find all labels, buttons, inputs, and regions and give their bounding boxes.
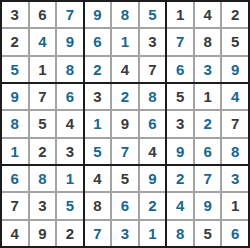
sudoku-cell-r5c2[interactable]: 5 (30, 111, 56, 136)
sudoku-cell-r4c3[interactable]: 6 (57, 84, 83, 109)
sudoku-cell-r7c8[interactable]: 7 (195, 166, 221, 191)
sudoku-cell-r6c6[interactable]: 4 (140, 139, 166, 164)
sudoku-cell-r9c9[interactable]: 6 (222, 221, 248, 246)
sudoku-cell-r9c1[interactable]: 4 (2, 221, 28, 246)
sudoku-cell-r1c1[interactable]: 3 (2, 2, 28, 27)
sudoku-cell-r7c3[interactable]: 1 (57, 166, 83, 191)
sudoku-cell-r3c3[interactable]: 8 (57, 57, 83, 82)
sudoku-box: 328196574 (85, 84, 166, 164)
sudoku-cell-r2c8[interactable]: 8 (195, 29, 221, 54)
sudoku-cell-r1c9[interactable]: 2 (222, 2, 248, 27)
sudoku-cell-r4c8[interactable]: 1 (195, 84, 221, 109)
sudoku-cell-r7c1[interactable]: 6 (2, 166, 28, 191)
sudoku-cell-r8c3[interactable]: 5 (57, 193, 83, 218)
sudoku-cell-r3c7[interactable]: 6 (167, 57, 193, 82)
sudoku-cell-r6c5[interactable]: 7 (112, 139, 138, 164)
sudoku-cell-r9c8[interactable]: 5 (195, 221, 221, 246)
sudoku-cell-r5c3[interactable]: 4 (57, 111, 83, 136)
sudoku-cell-r8c1[interactable]: 7 (2, 193, 28, 218)
sudoku-cell-r6c4[interactable]: 5 (85, 139, 111, 164)
sudoku-cell-r5c6[interactable]: 6 (140, 111, 166, 136)
sudoku-box: 273491856 (167, 166, 248, 246)
sudoku-box: 459862731 (85, 166, 166, 246)
sudoku-cell-r1c7[interactable]: 1 (167, 2, 193, 27)
sudoku-cell-r5c8[interactable]: 2 (195, 111, 221, 136)
sudoku-cell-r2c1[interactable]: 2 (2, 29, 28, 54)
sudoku-cell-r9c6[interactable]: 1 (140, 221, 166, 246)
sudoku-cell-r8c7[interactable]: 4 (167, 193, 193, 218)
sudoku-cell-r6c2[interactable]: 2 (30, 139, 56, 164)
sudoku-cell-r9c5[interactable]: 3 (112, 221, 138, 246)
sudoku-cell-r8c9[interactable]: 1 (222, 193, 248, 218)
sudoku-cell-r1c5[interactable]: 8 (112, 2, 138, 27)
sudoku-box: 976854123 (2, 84, 83, 164)
sudoku-cell-r7c5[interactable]: 5 (112, 166, 138, 191)
sudoku-cell-r2c5[interactable]: 1 (112, 29, 138, 54)
sudoku-cell-r3c8[interactable]: 3 (195, 57, 221, 82)
sudoku-cell-r8c8[interactable]: 9 (195, 193, 221, 218)
sudoku-cell-r3c5[interactable]: 4 (112, 57, 138, 82)
sudoku-cell-r7c2[interactable]: 8 (30, 166, 56, 191)
sudoku-cell-r5c5[interactable]: 9 (112, 111, 138, 136)
sudoku-cell-r6c7[interactable]: 9 (167, 139, 193, 164)
sudoku-cell-r5c9[interactable]: 7 (222, 111, 248, 136)
sudoku-cell-r8c2[interactable]: 3 (30, 193, 56, 218)
sudoku-cell-r2c3[interactable]: 9 (57, 29, 83, 54)
sudoku-cell-r2c7[interactable]: 7 (167, 29, 193, 54)
sudoku-cell-r1c4[interactable]: 9 (85, 2, 111, 27)
sudoku-cell-r3c4[interactable]: 2 (85, 57, 111, 82)
sudoku-cell-r9c2[interactable]: 9 (30, 221, 56, 246)
sudoku-box: 681735492 (2, 166, 83, 246)
sudoku-cell-r6c8[interactable]: 6 (195, 139, 221, 164)
sudoku-cell-r2c6[interactable]: 3 (140, 29, 166, 54)
sudoku-cell-r3c1[interactable]: 5 (2, 57, 28, 82)
sudoku-cell-r8c4[interactable]: 8 (85, 193, 111, 218)
sudoku-cell-r4c5[interactable]: 2 (112, 84, 138, 109)
sudoku-cell-r4c7[interactable]: 5 (167, 84, 193, 109)
sudoku-box: 985613247 (85, 2, 166, 82)
sudoku-cell-r2c9[interactable]: 5 (222, 29, 248, 54)
sudoku-cell-r7c4[interactable]: 4 (85, 166, 111, 191)
sudoku-box: 367249518 (2, 2, 83, 82)
sudoku-cell-r6c3[interactable]: 3 (57, 139, 83, 164)
sudoku-cell-r2c2[interactable]: 4 (30, 29, 56, 54)
sudoku-cell-r1c8[interactable]: 4 (195, 2, 221, 27)
sudoku-cell-r7c7[interactable]: 2 (167, 166, 193, 191)
sudoku-cell-r5c1[interactable]: 8 (2, 111, 28, 136)
sudoku-cell-r3c9[interactable]: 9 (222, 57, 248, 82)
sudoku-cell-r3c6[interactable]: 7 (140, 57, 166, 82)
sudoku-cell-r5c7[interactable]: 3 (167, 111, 193, 136)
sudoku-cell-r6c9[interactable]: 8 (222, 139, 248, 164)
sudoku-cell-r3c2[interactable]: 1 (30, 57, 56, 82)
sudoku-cell-r1c2[interactable]: 6 (30, 2, 56, 27)
sudoku-cell-r7c9[interactable]: 3 (222, 166, 248, 191)
sudoku-cell-r8c6[interactable]: 2 (140, 193, 166, 218)
sudoku-cell-r4c1[interactable]: 9 (2, 84, 28, 109)
sudoku-cell-r1c3[interactable]: 7 (57, 2, 83, 27)
sudoku-cell-r2c4[interactable]: 6 (85, 29, 111, 54)
sudoku-cell-r5c4[interactable]: 1 (85, 111, 111, 136)
sudoku-cell-r6c1[interactable]: 1 (2, 139, 28, 164)
sudoku-board: 3672495189856132471427856399768541233281… (0, 0, 250, 248)
sudoku-cell-r4c2[interactable]: 7 (30, 84, 56, 109)
sudoku-cell-r8c5[interactable]: 6 (112, 193, 138, 218)
sudoku-cell-r1c6[interactable]: 5 (140, 2, 166, 27)
sudoku-cell-r9c4[interactable]: 7 (85, 221, 111, 246)
sudoku-box: 142785639 (167, 2, 248, 82)
sudoku-cell-r4c4[interactable]: 3 (85, 84, 111, 109)
sudoku-cell-r9c3[interactable]: 2 (57, 221, 83, 246)
sudoku-cell-r7c6[interactable]: 9 (140, 166, 166, 191)
sudoku-cell-r4c9[interactable]: 4 (222, 84, 248, 109)
sudoku-box: 514327968 (167, 84, 248, 164)
sudoku-cell-r4c6[interactable]: 8 (140, 84, 166, 109)
sudoku-cell-r9c7[interactable]: 8 (167, 221, 193, 246)
